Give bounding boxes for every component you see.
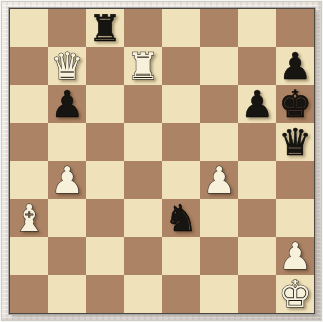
square-a8[interactable] <box>10 9 48 47</box>
square-b1[interactable] <box>48 275 86 313</box>
square-c4[interactable] <box>86 161 124 199</box>
piece-black-pawn-g6[interactable]: ♟ <box>238 85 276 123</box>
square-b5[interactable] <box>48 123 86 161</box>
square-e4[interactable] <box>162 161 200 199</box>
square-b3[interactable] <box>48 199 86 237</box>
square-c6[interactable] <box>86 85 124 123</box>
square-b6[interactable]: ♟ <box>48 85 86 123</box>
square-d6[interactable] <box>124 85 162 123</box>
piece-black-rook-c8[interactable]: ♜ <box>86 9 124 47</box>
square-g1[interactable] <box>238 275 276 313</box>
square-g7[interactable] <box>238 47 276 85</box>
square-f7[interactable] <box>200 47 238 85</box>
square-f4[interactable]: ♟ <box>200 161 238 199</box>
square-d5[interactable] <box>124 123 162 161</box>
piece-white-bishop-a3[interactable]: ♝ <box>10 199 48 237</box>
square-a3[interactable]: ♝ <box>10 199 48 237</box>
square-b7[interactable]: ♛ <box>48 47 86 85</box>
square-f5[interactable] <box>200 123 238 161</box>
square-e5[interactable] <box>162 123 200 161</box>
square-c7[interactable] <box>86 47 124 85</box>
square-d3[interactable] <box>124 199 162 237</box>
square-c2[interactable] <box>86 237 124 275</box>
piece-white-pawn-h2[interactable]: ♟ <box>276 237 314 275</box>
square-c3[interactable] <box>86 199 124 237</box>
square-h1[interactable]: ♚ <box>276 275 314 313</box>
square-d8[interactable] <box>124 9 162 47</box>
piece-black-queen-h5[interactable]: ♛ <box>276 123 314 161</box>
square-g6[interactable]: ♟ <box>238 85 276 123</box>
square-d7[interactable]: ♜ <box>124 47 162 85</box>
square-h8[interactable] <box>276 9 314 47</box>
board-frame: ♜♛♜♟♟♟♚♛♟♟♝♞♟♚ <box>0 0 323 322</box>
piece-white-pawn-f4[interactable]: ♟ <box>200 161 238 199</box>
square-h5[interactable]: ♛ <box>276 123 314 161</box>
square-a6[interactable] <box>10 85 48 123</box>
square-d4[interactable] <box>124 161 162 199</box>
square-g3[interactable] <box>238 199 276 237</box>
piece-white-king-h1[interactable]: ♚ <box>276 275 314 313</box>
square-f6[interactable] <box>200 85 238 123</box>
square-e3[interactable]: ♞ <box>162 199 200 237</box>
chess-board: ♜♛♜♟♟♟♚♛♟♟♝♞♟♚ <box>9 8 315 314</box>
square-a2[interactable] <box>10 237 48 275</box>
square-h6[interactable]: ♚ <box>276 85 314 123</box>
square-h7[interactable]: ♟ <box>276 47 314 85</box>
square-d1[interactable] <box>124 275 162 313</box>
square-f3[interactable] <box>200 199 238 237</box>
square-f2[interactable] <box>200 237 238 275</box>
square-h2[interactable]: ♟ <box>276 237 314 275</box>
square-e1[interactable] <box>162 275 200 313</box>
square-a4[interactable] <box>10 161 48 199</box>
square-g5[interactable] <box>238 123 276 161</box>
square-d2[interactable] <box>124 237 162 275</box>
piece-black-pawn-h7[interactable]: ♟ <box>276 47 314 85</box>
piece-black-king-h6[interactable]: ♚ <box>276 85 314 123</box>
square-g4[interactable] <box>238 161 276 199</box>
square-a7[interactable] <box>10 47 48 85</box>
square-b4[interactable]: ♟ <box>48 161 86 199</box>
piece-black-knight-e3[interactable]: ♞ <box>162 199 200 237</box>
square-e2[interactable] <box>162 237 200 275</box>
square-b8[interactable] <box>48 9 86 47</box>
square-c8[interactable]: ♜ <box>86 9 124 47</box>
square-h4[interactable] <box>276 161 314 199</box>
piece-white-rook-d7[interactable]: ♜ <box>124 47 162 85</box>
piece-white-queen-b7[interactable]: ♛ <box>48 47 86 85</box>
piece-black-pawn-b6[interactable]: ♟ <box>48 85 86 123</box>
square-e7[interactable] <box>162 47 200 85</box>
square-g2[interactable] <box>238 237 276 275</box>
piece-white-pawn-b4[interactable]: ♟ <box>48 161 86 199</box>
square-c1[interactable] <box>86 275 124 313</box>
square-b2[interactable] <box>48 237 86 275</box>
square-a1[interactable] <box>10 275 48 313</box>
square-h3[interactable] <box>276 199 314 237</box>
square-a5[interactable] <box>10 123 48 161</box>
square-g8[interactable] <box>238 9 276 47</box>
square-e8[interactable] <box>162 9 200 47</box>
square-c5[interactable] <box>86 123 124 161</box>
square-f8[interactable] <box>200 9 238 47</box>
square-e6[interactable] <box>162 85 200 123</box>
square-f1[interactable] <box>200 275 238 313</box>
